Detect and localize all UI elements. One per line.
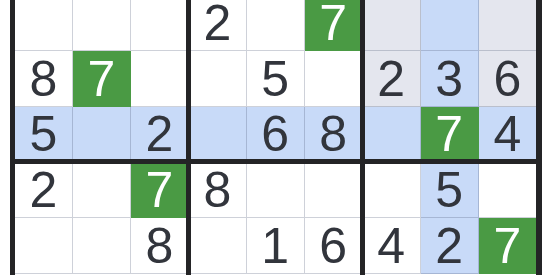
cell-r3c8[interactable]: 7 [421, 107, 479, 163]
cell-r3c3[interactable]: 2 [131, 107, 189, 163]
cell-r2c9[interactable]: 6 [479, 51, 537, 107]
cell-r5c1[interactable] [15, 218, 73, 274]
cell-r4c9[interactable] [479, 163, 537, 219]
cell-r3c4[interactable] [189, 107, 247, 163]
cell-r1c2[interactable] [73, 0, 131, 51]
cell-r1c8[interactable] [421, 0, 479, 51]
cell-r4c8[interactable]: 5 [421, 163, 479, 219]
cell-r4c3[interactable]: 7 [131, 163, 189, 219]
cell-r3c1[interactable]: 5 [15, 107, 73, 163]
cell-r5c9[interactable]: 7 [479, 218, 537, 274]
cell-r5c5[interactable]: 1 [247, 218, 305, 274]
cell-r2c2[interactable]: 7 [73, 51, 131, 107]
cell-r2c4[interactable] [189, 51, 247, 107]
cell-r4c7[interactable] [363, 163, 421, 219]
cell-r3c5[interactable]: 6 [247, 107, 305, 163]
cell-r2c7[interactable]: 2 [363, 51, 421, 107]
cell-r1c4[interactable]: 2 [189, 0, 247, 51]
cell-r4c2[interactable] [73, 163, 131, 219]
cell-r2c5[interactable]: 5 [247, 51, 305, 107]
cell-r5c2[interactable] [73, 218, 131, 274]
sudoku-board: 278752365268742785816427 [15, 0, 537, 274]
box-divider-vertical-1 [186, 0, 191, 275]
cell-r4c1[interactable]: 2 [15, 163, 73, 219]
box-divider-horizontal-1 [10, 159, 542, 164]
cell-r1c9[interactable] [479, 0, 537, 51]
cell-r3c9[interactable]: 4 [479, 107, 537, 163]
board-border-right [536, 0, 542, 275]
cell-r1c5[interactable] [247, 0, 305, 51]
cell-r4c4[interactable]: 8 [189, 163, 247, 219]
board-border-left [10, 0, 16, 275]
cell-r2c6[interactable] [305, 51, 363, 107]
cell-r2c8[interactable]: 3 [421, 51, 479, 107]
cell-r1c6[interactable]: 7 [305, 0, 363, 51]
cell-r1c3[interactable] [131, 0, 189, 51]
cell-r4c5[interactable] [247, 163, 305, 219]
cell-r1c1[interactable] [15, 0, 73, 51]
cell-r2c3[interactable] [131, 51, 189, 107]
cell-r2c1[interactable]: 8 [15, 51, 73, 107]
cell-r4c6[interactable] [305, 163, 363, 219]
cell-r5c3[interactable]: 8 [131, 218, 189, 274]
cell-r5c8[interactable]: 2 [421, 218, 479, 274]
sudoku-screen: { "game": "sudoku", "view": "partial boa… [0, 0, 550, 275]
box-divider-vertical-2 [360, 0, 365, 275]
cell-r1c7[interactable] [363, 0, 421, 51]
cell-r3c7[interactable] [363, 107, 421, 163]
cell-r3c2[interactable] [73, 107, 131, 163]
cell-r3c6[interactable]: 8 [305, 107, 363, 163]
cell-r5c7[interactable]: 4 [363, 218, 421, 274]
cell-r5c4[interactable] [189, 218, 247, 274]
cell-r5c6[interactable]: 6 [305, 218, 363, 274]
